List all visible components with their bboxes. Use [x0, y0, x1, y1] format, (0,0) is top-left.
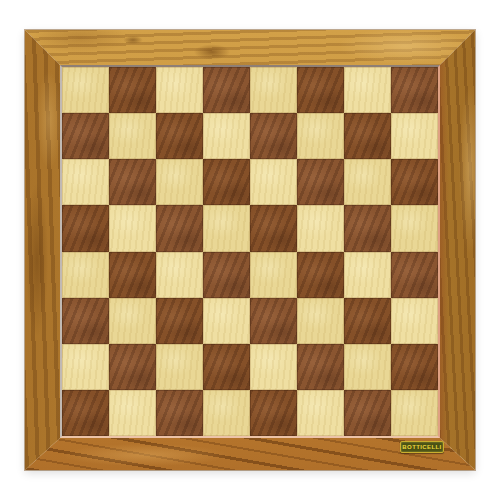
chess-board	[60, 65, 440, 438]
square-f5[interactable]	[297, 205, 344, 251]
square-h3[interactable]	[391, 298, 438, 344]
square-d5[interactable]	[203, 205, 250, 251]
square-c6[interactable]	[156, 159, 203, 205]
square-c8[interactable]	[156, 67, 203, 113]
square-d8[interactable]	[203, 67, 250, 113]
square-g4[interactable]	[344, 252, 391, 298]
square-a8[interactable]	[62, 67, 109, 113]
photo-background: BOTTICELLI	[0, 0, 500, 500]
square-g8[interactable]	[344, 67, 391, 113]
square-f4[interactable]	[297, 252, 344, 298]
square-a4[interactable]	[62, 252, 109, 298]
square-e1[interactable]	[250, 390, 297, 436]
square-c3[interactable]	[156, 298, 203, 344]
square-g1[interactable]	[344, 390, 391, 436]
square-h1[interactable]	[391, 390, 438, 436]
square-h2[interactable]	[391, 344, 438, 390]
square-h6[interactable]	[391, 159, 438, 205]
square-b4[interactable]	[109, 252, 156, 298]
square-e8[interactable]	[250, 67, 297, 113]
square-e5[interactable]	[250, 205, 297, 251]
square-c2[interactable]	[156, 344, 203, 390]
square-e6[interactable]	[250, 159, 297, 205]
square-c5[interactable]	[156, 205, 203, 251]
square-d7[interactable]	[203, 113, 250, 159]
square-a7[interactable]	[62, 113, 109, 159]
square-f8[interactable]	[297, 67, 344, 113]
square-d6[interactable]	[203, 159, 250, 205]
square-h7[interactable]	[391, 113, 438, 159]
brand-plaque-label: BOTTICELLI	[402, 444, 441, 450]
square-h8[interactable]	[391, 67, 438, 113]
square-f3[interactable]	[297, 298, 344, 344]
brand-plaque: BOTTICELLI	[400, 441, 444, 453]
square-e3[interactable]	[250, 298, 297, 344]
square-b2[interactable]	[109, 344, 156, 390]
square-a1[interactable]	[62, 390, 109, 436]
square-b1[interactable]	[109, 390, 156, 436]
square-c7[interactable]	[156, 113, 203, 159]
square-c1[interactable]	[156, 390, 203, 436]
square-g2[interactable]	[344, 344, 391, 390]
square-e7[interactable]	[250, 113, 297, 159]
square-d4[interactable]	[203, 252, 250, 298]
square-g7[interactable]	[344, 113, 391, 159]
square-b8[interactable]	[109, 67, 156, 113]
square-g6[interactable]	[344, 159, 391, 205]
square-f2[interactable]	[297, 344, 344, 390]
square-a6[interactable]	[62, 159, 109, 205]
square-d1[interactable]	[203, 390, 250, 436]
square-f7[interactable]	[297, 113, 344, 159]
square-d3[interactable]	[203, 298, 250, 344]
square-e4[interactable]	[250, 252, 297, 298]
square-b3[interactable]	[109, 298, 156, 344]
square-g3[interactable]	[344, 298, 391, 344]
square-h4[interactable]	[391, 252, 438, 298]
square-d2[interactable]	[203, 344, 250, 390]
square-f1[interactable]	[297, 390, 344, 436]
square-e2[interactable]	[250, 344, 297, 390]
square-a2[interactable]	[62, 344, 109, 390]
square-h5[interactable]	[391, 205, 438, 251]
square-c4[interactable]	[156, 252, 203, 298]
square-f6[interactable]	[297, 159, 344, 205]
square-g5[interactable]	[344, 205, 391, 251]
square-b6[interactable]	[109, 159, 156, 205]
square-a3[interactable]	[62, 298, 109, 344]
square-b5[interactable]	[109, 205, 156, 251]
square-a5[interactable]	[62, 205, 109, 251]
square-b7[interactable]	[109, 113, 156, 159]
